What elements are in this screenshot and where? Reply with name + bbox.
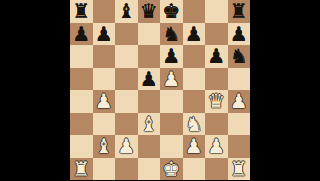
square-f7[interactable]: ♟: [183, 23, 206, 46]
white-king[interactable]: ♚: [162, 158, 180, 178]
black-bishop[interactable]: ♝: [117, 1, 135, 21]
square-g1[interactable]: [205, 158, 228, 181]
square-a7[interactable]: ♟: [70, 23, 93, 46]
square-f1[interactable]: [183, 158, 206, 181]
square-c6[interactable]: [115, 45, 138, 68]
square-e7[interactable]: ♞: [160, 23, 183, 46]
screenshot-stage: ♜♝♛♚♜♟♟♞♟♟♟♟♞♟♟♟♛♟♝♞♝♟♟♟♜♚♜: [0, 0, 320, 180]
square-f6[interactable]: [183, 45, 206, 68]
square-g2[interactable]: ♟: [205, 135, 228, 158]
square-h4[interactable]: ♟: [228, 90, 251, 113]
black-pawn[interactable]: ♟: [95, 23, 113, 43]
square-d1[interactable]: [138, 158, 161, 181]
square-b2[interactable]: ♝: [93, 135, 116, 158]
square-f8[interactable]: [183, 0, 206, 23]
black-knight[interactable]: ♞: [230, 46, 248, 66]
square-d4[interactable]: [138, 90, 161, 113]
chess-board: ♜♝♛♚♜♟♟♞♟♟♟♟♞♟♟♟♛♟♝♞♝♟♟♟♜♚♜: [70, 0, 250, 180]
square-a5[interactable]: [70, 68, 93, 91]
square-d3[interactable]: ♝: [138, 113, 161, 136]
square-b8[interactable]: [93, 0, 116, 23]
square-e6[interactable]: ♟: [160, 45, 183, 68]
black-pawn[interactable]: ♟: [230, 23, 248, 43]
square-g6[interactable]: ♟: [205, 45, 228, 68]
square-g5[interactable]: [205, 68, 228, 91]
square-a6[interactable]: [70, 45, 93, 68]
square-h3[interactable]: [228, 113, 251, 136]
white-queen[interactable]: ♛: [207, 91, 225, 111]
black-pawn[interactable]: ♟: [72, 23, 90, 43]
white-pawn[interactable]: ♟: [117, 136, 135, 156]
black-pawn[interactable]: ♟: [162, 46, 180, 66]
square-e4[interactable]: [160, 90, 183, 113]
square-d6[interactable]: [138, 45, 161, 68]
square-d7[interactable]: [138, 23, 161, 46]
white-pawn[interactable]: ♟: [207, 136, 225, 156]
square-b5[interactable]: [93, 68, 116, 91]
square-f4[interactable]: [183, 90, 206, 113]
square-f2[interactable]: ♟: [183, 135, 206, 158]
square-b4[interactable]: ♟: [93, 90, 116, 113]
square-a2[interactable]: [70, 135, 93, 158]
square-f5[interactable]: [183, 68, 206, 91]
square-b1[interactable]: [93, 158, 116, 181]
square-a4[interactable]: [70, 90, 93, 113]
square-a1[interactable]: ♜: [70, 158, 93, 181]
black-rook[interactable]: ♜: [230, 1, 248, 21]
square-d8[interactable]: ♛: [138, 0, 161, 23]
white-pawn[interactable]: ♟: [95, 91, 113, 111]
black-pawn[interactable]: ♟: [207, 46, 225, 66]
square-c8[interactable]: ♝: [115, 0, 138, 23]
white-pawn[interactable]: ♟: [230, 91, 248, 111]
black-rook[interactable]: ♜: [72, 1, 90, 21]
square-c3[interactable]: [115, 113, 138, 136]
square-d5[interactable]: ♟: [138, 68, 161, 91]
square-h7[interactable]: ♟: [228, 23, 251, 46]
white-knight[interactable]: ♞: [185, 113, 203, 133]
square-f3[interactable]: ♞: [183, 113, 206, 136]
letterbox-right: [250, 0, 320, 180]
square-h1[interactable]: ♜: [228, 158, 251, 181]
black-queen[interactable]: ♛: [140, 1, 158, 21]
black-knight[interactable]: ♞: [162, 23, 180, 43]
square-e3[interactable]: [160, 113, 183, 136]
white-bishop[interactable]: ♝: [140, 113, 158, 133]
black-king[interactable]: ♚: [162, 1, 180, 21]
square-g4[interactable]: ♛: [205, 90, 228, 113]
square-g7[interactable]: [205, 23, 228, 46]
square-h8[interactable]: ♜: [228, 0, 251, 23]
square-g8[interactable]: [205, 0, 228, 23]
square-e8[interactable]: ♚: [160, 0, 183, 23]
square-h5[interactable]: [228, 68, 251, 91]
square-a3[interactable]: [70, 113, 93, 136]
square-a8[interactable]: ♜: [70, 0, 93, 23]
square-h6[interactable]: ♞: [228, 45, 251, 68]
white-pawn[interactable]: ♟: [185, 136, 203, 156]
white-bishop[interactable]: ♝: [95, 136, 113, 156]
white-rook[interactable]: ♜: [230, 158, 248, 178]
square-c5[interactable]: [115, 68, 138, 91]
square-b7[interactable]: ♟: [93, 23, 116, 46]
square-e1[interactable]: ♚: [160, 158, 183, 181]
letterbox-left: [0, 0, 70, 180]
square-e5[interactable]: ♟: [160, 68, 183, 91]
square-c4[interactable]: [115, 90, 138, 113]
square-c2[interactable]: ♟: [115, 135, 138, 158]
white-pawn[interactable]: ♟: [162, 68, 180, 88]
square-h2[interactable]: [228, 135, 251, 158]
white-rook[interactable]: ♜: [72, 158, 90, 178]
square-c1[interactable]: [115, 158, 138, 181]
black-pawn[interactable]: ♟: [185, 23, 203, 43]
square-g3[interactable]: [205, 113, 228, 136]
square-c7[interactable]: [115, 23, 138, 46]
black-pawn[interactable]: ♟: [140, 68, 158, 88]
square-e2[interactable]: [160, 135, 183, 158]
square-d2[interactable]: [138, 135, 161, 158]
square-b6[interactable]: [93, 45, 116, 68]
square-b3[interactable]: [93, 113, 116, 136]
